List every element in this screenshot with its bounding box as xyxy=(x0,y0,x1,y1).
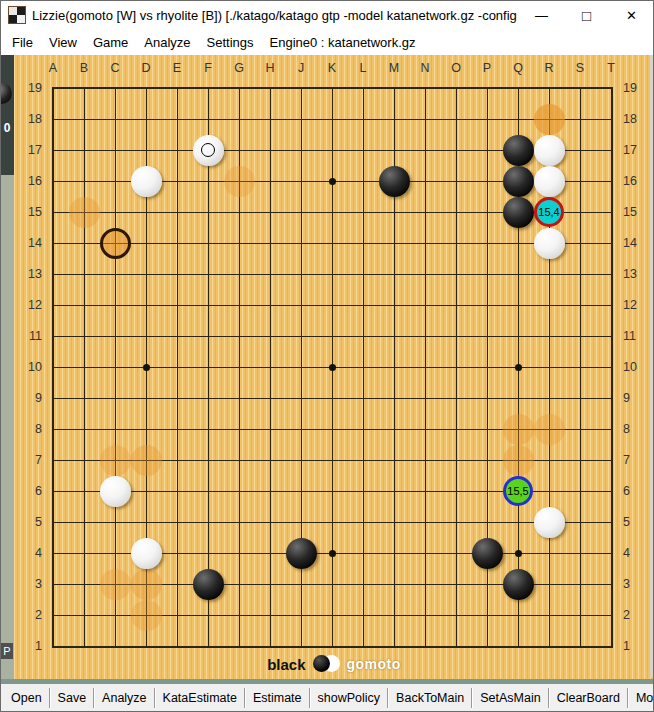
col-label-M: M xyxy=(384,60,404,76)
row-label-left-8: 8 xyxy=(18,421,42,437)
row-label-left-5: 5 xyxy=(18,514,42,530)
toolbar-button-analyze[interactable]: Analyze xyxy=(96,687,152,709)
col-label-L: L xyxy=(353,60,373,76)
row-label-right-3: 3 xyxy=(623,576,649,592)
col-label-T: T xyxy=(601,60,621,76)
toolbar-button-showpolicy[interactable]: showPolicy xyxy=(312,687,387,709)
toolbar-separator xyxy=(49,688,51,708)
toolbar-button-clearboard[interactable]: ClearBoard xyxy=(551,687,626,709)
row-label-left-13: 13 xyxy=(18,266,42,282)
candidate-move-B15[interactable] xyxy=(69,197,100,228)
toolbar-button-kataestimate[interactable]: KataEstimate xyxy=(157,687,243,709)
last-move-marker xyxy=(201,143,215,157)
toolbar-separator xyxy=(93,688,95,708)
row-label-left-17: 17 xyxy=(18,142,42,158)
stone-white-C6[interactable] xyxy=(100,476,131,507)
row-label-right-18: 18 xyxy=(623,111,649,127)
row-label-left-19: 19 xyxy=(18,80,42,96)
stone-black-M16[interactable] xyxy=(379,166,410,197)
toolbar-separator xyxy=(244,688,246,708)
black-player-label: black xyxy=(267,656,305,673)
candidate-move-Q8[interactable] xyxy=(503,414,534,445)
row-label-left-4: 4 xyxy=(18,545,42,561)
star-point xyxy=(329,364,336,371)
close-button[interactable]: ✕ xyxy=(609,0,654,30)
candidate-move-D7[interactable] xyxy=(131,445,162,476)
black-captures-count: 0 xyxy=(0,121,14,135)
stone-black-J4[interactable] xyxy=(286,538,317,569)
go-board-grid[interactable]: 15,415,5 xyxy=(52,87,613,648)
col-label-H: H xyxy=(260,60,280,76)
row-label-left-7: 7 xyxy=(18,452,42,468)
row-label-left-1: 1 xyxy=(18,638,42,654)
menu-view[interactable]: View xyxy=(41,32,85,53)
close-icon: ✕ xyxy=(626,8,637,23)
titlebar: Lizzie(gomoto [W] vs rhyolite [B]) [./ka… xyxy=(0,0,654,30)
row-label-right-9: 9 xyxy=(623,390,649,406)
star-point xyxy=(329,178,336,185)
row-label-left-3: 3 xyxy=(18,576,42,592)
col-label-J: J xyxy=(291,60,311,76)
col-label-S: S xyxy=(570,60,590,76)
black-stone-icon xyxy=(313,655,330,672)
right-edge-strip xyxy=(650,55,654,677)
maximize-icon: □ xyxy=(582,7,591,24)
candidate-move-G16[interactable] xyxy=(224,166,255,197)
toolbar-button-estimate[interactable]: Estimate xyxy=(247,687,308,709)
go-board: ABCDEFGHJKLMNOPQRST191918181717161615151… xyxy=(14,55,654,682)
col-label-N: N xyxy=(415,60,435,76)
col-label-C: C xyxy=(105,60,125,76)
captures-panel: 0 xyxy=(0,55,14,175)
row-label-right-1: 1 xyxy=(623,638,649,654)
row-label-right-13: 13 xyxy=(623,266,649,282)
stones-icon xyxy=(313,655,340,673)
row-label-right-4: 4 xyxy=(623,545,649,561)
col-label-B: B xyxy=(74,60,94,76)
row-label-left-15: 15 xyxy=(18,204,42,220)
row-label-left-10: 10 xyxy=(18,359,42,375)
minimize-icon: — xyxy=(535,8,548,23)
row-label-left-16: 16 xyxy=(18,173,42,189)
candidate-move-R18[interactable] xyxy=(534,104,565,135)
row-label-left-18: 18 xyxy=(18,111,42,127)
side-panel-strip: 0 P xyxy=(0,55,14,682)
col-label-F: F xyxy=(198,60,218,76)
stone-white-R17[interactable] xyxy=(534,135,565,166)
col-label-A: A xyxy=(43,60,63,76)
menu-settings[interactable]: Settings xyxy=(199,32,262,53)
row-label-right-16: 16 xyxy=(623,173,649,189)
star-point xyxy=(329,550,336,557)
toolbar-separator xyxy=(309,688,311,708)
candidate-move-D2[interactable] xyxy=(131,600,162,631)
col-label-G: G xyxy=(229,60,249,76)
row-label-right-17: 17 xyxy=(623,142,649,158)
black-stone-icon xyxy=(0,83,12,104)
row-label-right-10: 10 xyxy=(623,359,649,375)
row-label-right-8: 8 xyxy=(623,421,649,437)
row-label-right-6: 6 xyxy=(623,483,649,499)
col-label-Q: Q xyxy=(508,60,528,76)
toolbar-separator xyxy=(154,688,156,708)
row-label-right-12: 12 xyxy=(623,297,649,313)
row-label-left-2: 2 xyxy=(18,607,42,623)
candidate-move-C14[interactable] xyxy=(100,228,131,259)
col-label-P: P xyxy=(477,60,497,76)
best-move-R15[interactable]: 15,4 xyxy=(534,197,564,227)
col-label-R: R xyxy=(539,60,559,76)
stone-black-Q17[interactable] xyxy=(503,135,534,166)
row-label-right-14: 14 xyxy=(623,235,649,251)
stone-black-F3[interactable] xyxy=(193,569,224,600)
row-label-left-6: 6 xyxy=(18,483,42,499)
toolbar-separator xyxy=(548,688,550,708)
board-region: 0 P ABCDEFGHJKLMNOPQRST19191818171716161… xyxy=(0,55,654,682)
candidate-move-D3[interactable] xyxy=(131,569,162,600)
stone-white-R16[interactable] xyxy=(534,166,565,197)
row-label-right-2: 2 xyxy=(623,607,649,623)
toolbar-button-setasmain[interactable]: SetAsMain xyxy=(474,687,546,709)
candidate-move-Q7[interactable] xyxy=(503,445,534,476)
star-point xyxy=(515,550,522,557)
toolbar-button-open[interactable]: Open xyxy=(5,687,48,709)
stone-black-Q16[interactable] xyxy=(503,166,534,197)
row-label-left-9: 9 xyxy=(18,390,42,406)
star-point xyxy=(515,364,522,371)
toolbar-separator xyxy=(627,688,629,708)
stone-black-P4[interactable] xyxy=(472,538,503,569)
stone-white-R14[interactable] xyxy=(534,228,565,259)
window-title: Lizzie(gomoto [W] vs rhyolite [B]) [./ka… xyxy=(32,8,519,23)
candidate-move-R8[interactable] xyxy=(534,414,565,445)
row-label-right-7: 7 xyxy=(623,452,649,468)
row-label-left-14: 14 xyxy=(18,235,42,251)
stone-white-D16[interactable] xyxy=(131,166,162,197)
minimize-button[interactable]: — xyxy=(519,0,564,30)
stone-black-Q3[interactable] xyxy=(503,569,534,600)
col-label-K: K xyxy=(322,60,342,76)
toolbar-button-save[interactable]: Save xyxy=(52,687,93,709)
star-point xyxy=(143,364,150,371)
menubar: FileViewGameAnalyzeSettingsEngine0 : kat… xyxy=(0,30,654,55)
stone-white-R5[interactable] xyxy=(534,507,565,538)
white-player-name: gomoto xyxy=(347,656,401,672)
stone-white-D4[interactable] xyxy=(131,538,162,569)
maximize-button[interactable]: □ xyxy=(564,0,609,30)
toolbar-button-movenumber[interactable]: MoveNumber xyxy=(630,687,654,709)
row-label-right-15: 15 xyxy=(623,204,649,220)
row-label-left-11: 11 xyxy=(18,328,42,344)
ponder-indicator: P xyxy=(1,643,13,659)
row-label-left-12: 12 xyxy=(18,297,42,313)
toolbar-separator xyxy=(387,688,389,708)
caption-buttons: — □ ✕ xyxy=(519,0,654,30)
col-label-D: D xyxy=(136,60,156,76)
status-bar: black gomoto xyxy=(14,655,654,673)
row-label-right-19: 19 xyxy=(623,80,649,96)
toolbar-button-backtomain[interactable]: BackToMain xyxy=(390,687,470,709)
app-icon xyxy=(8,6,26,24)
toolbar: OpenSaveAnalyzeKataEstimateEstimateshowP… xyxy=(0,682,654,712)
menu-analyze[interactable]: Analyze xyxy=(136,32,198,53)
candidate-move-C3[interactable] xyxy=(100,569,131,600)
menu-file[interactable]: File xyxy=(4,32,41,53)
stone-black-Q15[interactable] xyxy=(503,197,534,228)
toolbar-separator xyxy=(471,688,473,708)
menu-engine0[interactable]: Engine0 : katanetwork.gz xyxy=(262,32,424,53)
menu-game[interactable]: Game xyxy=(85,32,136,53)
col-label-E: E xyxy=(167,60,187,76)
candidate-move-C7[interactable] xyxy=(100,445,131,476)
row-label-right-11: 11 xyxy=(623,328,649,344)
col-label-O: O xyxy=(446,60,466,76)
row-label-right-5: 5 xyxy=(623,514,649,530)
best-move-Q6[interactable]: 15,5 xyxy=(503,476,533,506)
